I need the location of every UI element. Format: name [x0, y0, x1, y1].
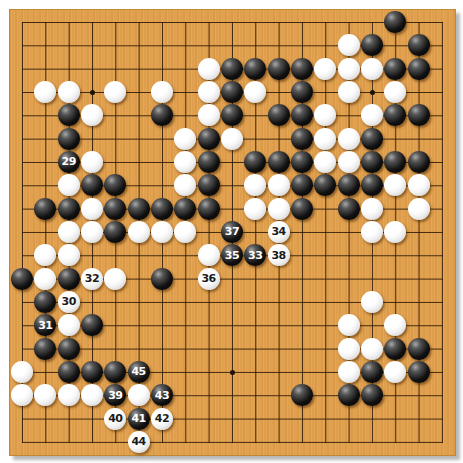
intersection[interactable]: [34, 267, 57, 290]
intersection[interactable]: [197, 80, 220, 103]
intersection[interactable]: [430, 360, 453, 383]
intersection[interactable]: [197, 290, 220, 313]
intersection[interactable]: [220, 430, 243, 453]
intersection[interactable]: [80, 150, 103, 173]
intersection[interactable]: [174, 104, 197, 127]
intersection[interactable]: [337, 244, 360, 267]
intersection[interactable]: [80, 290, 103, 313]
intersection[interactable]: [360, 220, 383, 243]
intersection[interactable]: [104, 430, 127, 453]
intersection[interactable]: [197, 384, 220, 407]
intersection[interactable]: [384, 267, 407, 290]
intersection[interactable]: [57, 197, 80, 220]
intersection[interactable]: [314, 360, 337, 383]
intersection[interactable]: [314, 104, 337, 127]
intersection[interactable]: [407, 244, 430, 267]
intersection[interactable]: [290, 34, 313, 57]
intersection[interactable]: [267, 150, 290, 173]
intersection[interactable]: [267, 267, 290, 290]
intersection[interactable]: [430, 314, 453, 337]
intersection[interactable]: 34: [267, 220, 290, 243]
intersection[interactable]: [57, 337, 80, 360]
intersection[interactable]: [267, 34, 290, 57]
intersection[interactable]: [80, 34, 103, 57]
intersection[interactable]: [57, 407, 80, 430]
intersection[interactable]: [290, 407, 313, 430]
intersection[interactable]: [174, 360, 197, 383]
intersection[interactable]: [197, 430, 220, 453]
intersection[interactable]: [220, 127, 243, 150]
intersection[interactable]: [407, 10, 430, 33]
intersection[interactable]: [430, 80, 453, 103]
intersection[interactable]: [174, 57, 197, 80]
intersection[interactable]: [127, 34, 150, 57]
intersection[interactable]: [430, 220, 453, 243]
intersection[interactable]: [407, 384, 430, 407]
intersection[interactable]: [244, 57, 267, 80]
intersection[interactable]: 45: [127, 360, 150, 383]
intersection[interactable]: 43: [150, 384, 173, 407]
intersection[interactable]: [360, 267, 383, 290]
intersection[interactable]: [244, 337, 267, 360]
intersection[interactable]: [290, 244, 313, 267]
intersection[interactable]: 31: [34, 314, 57, 337]
intersection[interactable]: [34, 337, 57, 360]
intersection[interactable]: [80, 314, 103, 337]
intersection[interactable]: [244, 314, 267, 337]
intersection[interactable]: [104, 337, 127, 360]
intersection[interactable]: [10, 104, 33, 127]
intersection[interactable]: [314, 314, 337, 337]
intersection[interactable]: [384, 150, 407, 173]
intersection[interactable]: [80, 430, 103, 453]
intersection[interactable]: 40: [104, 407, 127, 430]
intersection[interactable]: [220, 407, 243, 430]
intersection[interactable]: [127, 150, 150, 173]
intersection[interactable]: [127, 314, 150, 337]
intersection[interactable]: [57, 314, 80, 337]
intersection[interactable]: [127, 197, 150, 220]
intersection[interactable]: [174, 314, 197, 337]
intersection[interactable]: [290, 197, 313, 220]
intersection[interactable]: [10, 337, 33, 360]
intersection[interactable]: [150, 197, 173, 220]
intersection[interactable]: [104, 150, 127, 173]
intersection[interactable]: [244, 174, 267, 197]
intersection[interactable]: [360, 337, 383, 360]
intersection[interactable]: [150, 150, 173, 173]
intersection[interactable]: [267, 430, 290, 453]
intersection[interactable]: [430, 197, 453, 220]
intersection[interactable]: [174, 337, 197, 360]
intersection[interactable]: [127, 174, 150, 197]
intersection[interactable]: [360, 430, 383, 453]
intersection[interactable]: [360, 407, 383, 430]
intersection[interactable]: [197, 34, 220, 57]
intersection[interactable]: [244, 80, 267, 103]
intersection[interactable]: [337, 407, 360, 430]
intersection[interactable]: [34, 80, 57, 103]
intersection[interactable]: [337, 127, 360, 150]
intersection[interactable]: [267, 314, 290, 337]
intersection[interactable]: [337, 104, 360, 127]
intersection[interactable]: [244, 197, 267, 220]
intersection[interactable]: [267, 384, 290, 407]
intersection[interactable]: [104, 314, 127, 337]
intersection[interactable]: [337, 150, 360, 173]
intersection[interactable]: [267, 104, 290, 127]
intersection[interactable]: [104, 174, 127, 197]
intersection[interactable]: [10, 127, 33, 150]
intersection[interactable]: [10, 290, 33, 313]
intersection[interactable]: [104, 34, 127, 57]
intersection[interactable]: [384, 220, 407, 243]
intersection[interactable]: [337, 267, 360, 290]
intersection[interactable]: [430, 150, 453, 173]
intersection[interactable]: [150, 430, 173, 453]
intersection[interactable]: [174, 150, 197, 173]
intersection[interactable]: [34, 244, 57, 267]
intersection[interactable]: [57, 127, 80, 150]
intersection[interactable]: [34, 220, 57, 243]
intersection[interactable]: [290, 290, 313, 313]
intersection[interactable]: [430, 430, 453, 453]
intersection[interactable]: [174, 127, 197, 150]
intersection[interactable]: [174, 384, 197, 407]
intersection[interactable]: [197, 314, 220, 337]
intersection[interactable]: [104, 360, 127, 383]
intersection[interactable]: [197, 244, 220, 267]
intersection[interactable]: [244, 430, 267, 453]
intersection[interactable]: [290, 57, 313, 80]
intersection[interactable]: [150, 290, 173, 313]
intersection[interactable]: [10, 244, 33, 267]
intersection[interactable]: [80, 384, 103, 407]
intersection[interactable]: [174, 197, 197, 220]
intersection[interactable]: [267, 407, 290, 430]
intersection[interactable]: [57, 57, 80, 80]
intersection[interactable]: [80, 104, 103, 127]
intersection[interactable]: [407, 34, 430, 57]
intersection[interactable]: [34, 384, 57, 407]
intersection[interactable]: [10, 407, 33, 430]
intersection[interactable]: [290, 337, 313, 360]
intersection[interactable]: [360, 150, 383, 173]
intersection[interactable]: [360, 290, 383, 313]
intersection[interactable]: [197, 127, 220, 150]
intersection[interactable]: 36: [197, 267, 220, 290]
intersection[interactable]: [430, 267, 453, 290]
intersection[interactable]: [34, 10, 57, 33]
intersection[interactable]: [244, 290, 267, 313]
intersection[interactable]: [174, 407, 197, 430]
intersection[interactable]: [290, 220, 313, 243]
intersection[interactable]: [34, 127, 57, 150]
intersection[interactable]: [384, 34, 407, 57]
intersection[interactable]: [314, 384, 337, 407]
intersection[interactable]: [174, 244, 197, 267]
intersection[interactable]: [80, 174, 103, 197]
intersection[interactable]: [244, 360, 267, 383]
intersection[interactable]: [127, 337, 150, 360]
intersection[interactable]: [34, 407, 57, 430]
intersection[interactable]: [104, 197, 127, 220]
intersection[interactable]: [244, 104, 267, 127]
intersection[interactable]: [80, 10, 103, 33]
intersection[interactable]: [34, 290, 57, 313]
intersection[interactable]: [104, 267, 127, 290]
intersection[interactable]: [57, 80, 80, 103]
intersection[interactable]: [127, 57, 150, 80]
intersection[interactable]: [407, 197, 430, 220]
intersection[interactable]: [407, 150, 430, 173]
intersection[interactable]: [174, 80, 197, 103]
intersection[interactable]: [244, 267, 267, 290]
intersection[interactable]: [104, 80, 127, 103]
intersection[interactable]: 30: [57, 290, 80, 313]
intersection[interactable]: [80, 80, 103, 103]
intersection[interactable]: [337, 337, 360, 360]
intersection[interactable]: [220, 10, 243, 33]
intersection[interactable]: [384, 407, 407, 430]
intersection[interactable]: [337, 80, 360, 103]
intersection[interactable]: [197, 197, 220, 220]
intersection[interactable]: [244, 127, 267, 150]
intersection[interactable]: [267, 197, 290, 220]
intersection[interactable]: [314, 430, 337, 453]
intersection[interactable]: [34, 360, 57, 383]
intersection[interactable]: [10, 197, 33, 220]
intersection[interactable]: [430, 290, 453, 313]
intersection[interactable]: [337, 10, 360, 33]
intersection[interactable]: [360, 127, 383, 150]
intersection[interactable]: [360, 314, 383, 337]
intersection[interactable]: [407, 57, 430, 80]
intersection[interactable]: [430, 407, 453, 430]
intersection[interactable]: [220, 174, 243, 197]
intersection[interactable]: [407, 104, 430, 127]
intersection[interactable]: [197, 150, 220, 173]
intersection[interactable]: [267, 127, 290, 150]
intersection[interactable]: [197, 360, 220, 383]
intersection[interactable]: [34, 34, 57, 57]
intersection[interactable]: [314, 197, 337, 220]
intersection[interactable]: [80, 337, 103, 360]
intersection[interactable]: [407, 80, 430, 103]
intersection[interactable]: [220, 360, 243, 383]
intersection[interactable]: [360, 384, 383, 407]
intersection[interactable]: [104, 10, 127, 33]
intersection[interactable]: [10, 150, 33, 173]
intersection[interactable]: [267, 290, 290, 313]
intersection[interactable]: [80, 407, 103, 430]
intersection[interactable]: [314, 174, 337, 197]
intersection[interactable]: [360, 34, 383, 57]
intersection[interactable]: [244, 34, 267, 57]
intersection[interactable]: [430, 104, 453, 127]
intersection[interactable]: [57, 34, 80, 57]
intersection[interactable]: [150, 360, 173, 383]
intersection[interactable]: [10, 174, 33, 197]
intersection[interactable]: [34, 104, 57, 127]
intersection[interactable]: [337, 220, 360, 243]
intersection[interactable]: [34, 57, 57, 80]
intersection[interactable]: [220, 80, 243, 103]
intersection[interactable]: [197, 174, 220, 197]
intersection[interactable]: [337, 34, 360, 57]
intersection[interactable]: [314, 267, 337, 290]
intersection[interactable]: [150, 80, 173, 103]
intersection[interactable]: [34, 430, 57, 453]
intersection[interactable]: [267, 57, 290, 80]
intersection[interactable]: [10, 34, 33, 57]
intersection[interactable]: [267, 360, 290, 383]
intersection[interactable]: [407, 337, 430, 360]
intersection[interactable]: [104, 244, 127, 267]
intersection[interactable]: [104, 290, 127, 313]
intersection[interactable]: [384, 57, 407, 80]
intersection[interactable]: [290, 360, 313, 383]
intersection[interactable]: [150, 314, 173, 337]
intersection[interactable]: [360, 197, 383, 220]
intersection[interactable]: [220, 290, 243, 313]
intersection[interactable]: 42: [150, 407, 173, 430]
intersection[interactable]: [174, 220, 197, 243]
intersection[interactable]: [57, 174, 80, 197]
intersection[interactable]: [337, 174, 360, 197]
intersection[interactable]: [127, 267, 150, 290]
intersection[interactable]: [407, 314, 430, 337]
intersection[interactable]: [384, 360, 407, 383]
intersection[interactable]: [314, 290, 337, 313]
intersection[interactable]: [290, 174, 313, 197]
intersection[interactable]: [174, 430, 197, 453]
intersection[interactable]: [290, 314, 313, 337]
intersection[interactable]: [10, 10, 33, 33]
intersection[interactable]: [407, 127, 430, 150]
intersection[interactable]: [10, 220, 33, 243]
intersection[interactable]: [220, 104, 243, 127]
intersection[interactable]: [104, 127, 127, 150]
intersection[interactable]: [290, 384, 313, 407]
intersection[interactable]: [150, 104, 173, 127]
intersection[interactable]: [407, 407, 430, 430]
intersection[interactable]: [174, 267, 197, 290]
intersection[interactable]: [150, 174, 173, 197]
intersection[interactable]: [267, 80, 290, 103]
intersection[interactable]: [57, 384, 80, 407]
intersection[interactable]: [127, 290, 150, 313]
intersection[interactable]: [360, 10, 383, 33]
intersection[interactable]: [314, 220, 337, 243]
intersection[interactable]: [430, 127, 453, 150]
intersection[interactable]: [430, 384, 453, 407]
intersection[interactable]: [10, 430, 33, 453]
intersection[interactable]: [80, 57, 103, 80]
intersection[interactable]: [314, 127, 337, 150]
intersection[interactable]: [127, 104, 150, 127]
intersection[interactable]: [150, 267, 173, 290]
intersection[interactable]: [10, 57, 33, 80]
intersection[interactable]: 33: [244, 244, 267, 267]
intersection[interactable]: [80, 360, 103, 383]
intersection[interactable]: [407, 360, 430, 383]
intersection[interactable]: [337, 384, 360, 407]
intersection[interactable]: [244, 10, 267, 33]
intersection[interactable]: [174, 10, 197, 33]
intersection[interactable]: [290, 267, 313, 290]
intersection[interactable]: [244, 150, 267, 173]
intersection[interactable]: [384, 174, 407, 197]
intersection[interactable]: 41: [127, 407, 150, 430]
intersection[interactable]: [430, 244, 453, 267]
intersection[interactable]: [220, 267, 243, 290]
intersection[interactable]: [220, 197, 243, 220]
intersection[interactable]: [407, 174, 430, 197]
intersection[interactable]: [127, 244, 150, 267]
intersection[interactable]: [197, 57, 220, 80]
intersection[interactable]: [290, 430, 313, 453]
intersection[interactable]: [80, 244, 103, 267]
intersection[interactable]: [80, 220, 103, 243]
intersection[interactable]: [127, 80, 150, 103]
intersection[interactable]: [174, 174, 197, 197]
intersection[interactable]: [384, 430, 407, 453]
intersection[interactable]: [34, 150, 57, 173]
intersection[interactable]: [360, 80, 383, 103]
intersection[interactable]: [384, 104, 407, 127]
intersection[interactable]: 38: [267, 244, 290, 267]
intersection[interactable]: [337, 197, 360, 220]
intersection[interactable]: [150, 220, 173, 243]
intersection[interactable]: [407, 430, 430, 453]
intersection[interactable]: [384, 337, 407, 360]
intersection[interactable]: [430, 174, 453, 197]
intersection[interactable]: [384, 314, 407, 337]
intersection[interactable]: [314, 10, 337, 33]
intersection[interactable]: [197, 10, 220, 33]
intersection[interactable]: [290, 127, 313, 150]
intersection[interactable]: [220, 384, 243, 407]
intersection[interactable]: [290, 10, 313, 33]
intersection[interactable]: 35: [220, 244, 243, 267]
intersection[interactable]: [197, 337, 220, 360]
intersection[interactable]: [150, 337, 173, 360]
intersection[interactable]: [290, 104, 313, 127]
intersection[interactable]: [104, 220, 127, 243]
intersection[interactable]: 37: [220, 220, 243, 243]
intersection[interactable]: [150, 34, 173, 57]
intersection[interactable]: [360, 57, 383, 80]
intersection[interactable]: [34, 174, 57, 197]
intersection[interactable]: [220, 314, 243, 337]
intersection[interactable]: [314, 80, 337, 103]
intersection[interactable]: [10, 314, 33, 337]
intersection[interactable]: [10, 267, 33, 290]
intersection[interactable]: [57, 220, 80, 243]
intersection[interactable]: [197, 407, 220, 430]
intersection[interactable]: [337, 314, 360, 337]
intersection[interactable]: [150, 57, 173, 80]
intersection[interactable]: [197, 220, 220, 243]
intersection[interactable]: [314, 244, 337, 267]
intersection[interactable]: 39: [104, 384, 127, 407]
intersection[interactable]: [384, 127, 407, 150]
intersection[interactable]: [384, 290, 407, 313]
intersection[interactable]: [360, 244, 383, 267]
intersection[interactable]: [337, 290, 360, 313]
intersection[interactable]: [57, 104, 80, 127]
